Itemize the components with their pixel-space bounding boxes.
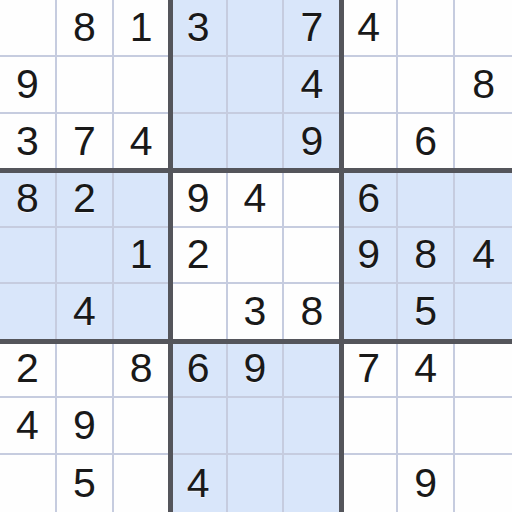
cell-r1c7[interactable]: 4 <box>341 0 398 57</box>
cell-r5c4[interactable]: 2 <box>171 228 228 285</box>
box-divider-horizontal-2 <box>0 339 512 344</box>
cell-r6c1[interactable] <box>0 284 57 341</box>
cell-r3c4[interactable] <box>171 114 228 171</box>
cell-r1c1[interactable] <box>0 0 57 57</box>
cell-r8c9[interactable] <box>455 398 512 455</box>
cell-r2c3[interactable] <box>114 57 171 114</box>
box-divider-horizontal-1 <box>0 168 512 173</box>
cell-r4c7[interactable]: 6 <box>341 171 398 228</box>
cell-r1c8[interactable] <box>398 0 455 57</box>
cell-r3c1[interactable]: 3 <box>0 114 57 171</box>
cell-r3c2[interactable]: 7 <box>57 114 114 171</box>
cell-r5c2[interactable] <box>57 228 114 285</box>
cell-r1c9[interactable] <box>455 0 512 57</box>
cell-r5c1[interactable] <box>0 228 57 285</box>
cell-r4c6[interactable] <box>284 171 341 228</box>
cell-r7c6[interactable] <box>284 341 341 398</box>
cell-r9c7[interactable] <box>341 455 398 512</box>
cell-r2c2[interactable] <box>57 57 114 114</box>
cell-r5c8[interactable]: 8 <box>398 228 455 285</box>
cell-r4c1[interactable]: 8 <box>0 171 57 228</box>
cell-r2c4[interactable] <box>171 57 228 114</box>
cell-r9c1[interactable] <box>0 455 57 512</box>
cell-r6c4[interactable] <box>171 284 228 341</box>
cell-r1c5[interactable] <box>228 0 285 57</box>
cell-r2c7[interactable] <box>341 57 398 114</box>
cell-r5c3[interactable]: 1 <box>114 228 171 285</box>
cell-r2c1[interactable]: 9 <box>0 57 57 114</box>
cell-r7c5[interactable]: 9 <box>228 341 285 398</box>
cell-r7c4[interactable]: 6 <box>171 341 228 398</box>
cell-r1c2[interactable]: 8 <box>57 0 114 57</box>
cell-r7c9[interactable] <box>455 341 512 398</box>
cell-r8c5[interactable] <box>228 398 285 455</box>
cell-r5c9[interactable]: 4 <box>455 228 512 285</box>
cell-r8c1[interactable]: 4 <box>0 398 57 455</box>
cell-r8c6[interactable] <box>284 398 341 455</box>
cell-r8c8[interactable] <box>398 398 455 455</box>
sudoku-board: 81374948374968294612984438528697449549 <box>0 0 512 512</box>
cell-r4c8[interactable] <box>398 171 455 228</box>
cell-r2c6[interactable]: 4 <box>284 57 341 114</box>
cell-r9c6[interactable] <box>284 455 341 512</box>
cell-r7c1[interactable]: 2 <box>0 341 57 398</box>
cell-r6c2[interactable]: 4 <box>57 284 114 341</box>
cell-r9c9[interactable] <box>455 455 512 512</box>
cell-r5c7[interactable]: 9 <box>341 228 398 285</box>
cell-r2c8[interactable] <box>398 57 455 114</box>
cell-r5c6[interactable] <box>284 228 341 285</box>
cell-r4c4[interactable]: 9 <box>171 171 228 228</box>
cell-r2c9[interactable]: 8 <box>455 57 512 114</box>
cell-r4c9[interactable] <box>455 171 512 228</box>
cell-r1c6[interactable]: 7 <box>284 0 341 57</box>
cell-r8c7[interactable] <box>341 398 398 455</box>
cell-r4c5[interactable]: 4 <box>228 171 285 228</box>
cell-r3c9[interactable] <box>455 114 512 171</box>
cell-r8c2[interactable]: 9 <box>57 398 114 455</box>
cell-r2c5[interactable] <box>228 57 285 114</box>
cell-r8c4[interactable] <box>171 398 228 455</box>
cell-r6c6[interactable]: 8 <box>284 284 341 341</box>
cell-r3c3[interactable]: 4 <box>114 114 171 171</box>
cell-r3c7[interactable] <box>341 114 398 171</box>
cell-r7c8[interactable]: 4 <box>398 341 455 398</box>
cell-r3c6[interactable]: 9 <box>284 114 341 171</box>
box-divider-vertical-2 <box>339 0 344 512</box>
cell-r4c3[interactable] <box>114 171 171 228</box>
cell-r7c2[interactable] <box>57 341 114 398</box>
cell-r9c5[interactable] <box>228 455 285 512</box>
cell-r1c4[interactable]: 3 <box>171 0 228 57</box>
cell-r9c4[interactable]: 4 <box>171 455 228 512</box>
cell-r9c8[interactable]: 9 <box>398 455 455 512</box>
cell-r9c2[interactable]: 5 <box>57 455 114 512</box>
cell-r4c2[interactable]: 2 <box>57 171 114 228</box>
cell-r3c5[interactable] <box>228 114 285 171</box>
cell-r6c5[interactable]: 3 <box>228 284 285 341</box>
cell-r9c3[interactable] <box>114 455 171 512</box>
cell-r7c7[interactable]: 7 <box>341 341 398 398</box>
cell-r5c5[interactable] <box>228 228 285 285</box>
cell-r3c8[interactable]: 6 <box>398 114 455 171</box>
box-divider-vertical-1 <box>168 0 173 512</box>
cell-r6c7[interactable] <box>341 284 398 341</box>
cell-r7c3[interactable]: 8 <box>114 341 171 398</box>
cell-r6c8[interactable]: 5 <box>398 284 455 341</box>
cell-r8c3[interactable] <box>114 398 171 455</box>
cell-r6c9[interactable] <box>455 284 512 341</box>
cell-r1c3[interactable]: 1 <box>114 0 171 57</box>
cell-r6c3[interactable] <box>114 284 171 341</box>
